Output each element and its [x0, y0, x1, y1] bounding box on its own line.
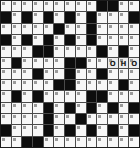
grid-cell[interactable] — [12, 137, 22, 147]
grid-cell[interactable] — [12, 24, 22, 34]
cell-number-mark — [34, 2, 37, 5]
cell-number-mark — [23, 81, 26, 84]
block-cell — [87, 103, 97, 113]
cell-number-mark — [23, 2, 26, 5]
cell-number-mark — [98, 138, 101, 141]
cell-number-mark — [120, 138, 123, 141]
grid-cell[interactable] — [12, 69, 22, 79]
cell-number-mark — [66, 92, 69, 95]
grid-cell[interactable] — [76, 103, 86, 113]
cell-number-mark — [55, 47, 58, 50]
cell-number-mark — [77, 70, 80, 73]
cell-number-mark — [98, 25, 101, 28]
cell-number-mark — [23, 47, 26, 50]
grid-cell[interactable] — [54, 125, 64, 135]
block-cell — [87, 12, 97, 22]
cell-number-mark — [109, 36, 112, 39]
grid-cell[interactable] — [1, 1, 11, 11]
grid-cell[interactable] — [1, 103, 11, 113]
block-cell — [33, 137, 43, 147]
cell-number-mark — [130, 2, 133, 5]
cell-number-mark — [120, 92, 123, 95]
block-cell — [108, 103, 118, 113]
block-cell — [65, 12, 75, 22]
block-cell — [65, 58, 75, 68]
grid-cell[interactable] — [54, 91, 64, 101]
block-cell — [54, 24, 64, 34]
cell-number-mark — [88, 70, 91, 73]
grid-cell[interactable] — [1, 137, 11, 147]
cell-number-mark — [34, 25, 37, 28]
grid-cell[interactable]: O — [108, 58, 118, 68]
block-cell — [87, 91, 97, 101]
cell-number-mark — [2, 25, 5, 28]
grid-cell[interactable] — [54, 58, 64, 68]
grid-cell[interactable] — [129, 91, 139, 101]
cell-number-mark — [45, 92, 48, 95]
grid-cell[interactable] — [65, 114, 75, 124]
starter-letter: H — [119, 58, 129, 68]
grid-cell[interactable] — [33, 24, 43, 34]
starter-letter: O — [129, 58, 139, 68]
block-cell — [119, 80, 129, 90]
grid-cell[interactable] — [22, 80, 32, 90]
cell-number-mark — [45, 70, 48, 73]
cell-number-mark — [98, 59, 101, 62]
cell-number-mark — [88, 81, 91, 84]
block-cell — [33, 69, 43, 79]
block-cell — [44, 114, 54, 124]
block-cell — [65, 69, 75, 79]
cell-number-mark — [88, 115, 91, 118]
grid-cell[interactable] — [12, 114, 22, 124]
cell-number-mark — [2, 2, 5, 5]
grid-cell[interactable] — [119, 91, 129, 101]
cell-number-mark — [45, 138, 48, 141]
grid-cell[interactable]: O — [129, 58, 139, 68]
grid-cell[interactable] — [87, 1, 97, 11]
block-cell — [108, 125, 118, 135]
block-cell — [44, 12, 54, 22]
cell-number-mark — [55, 92, 58, 95]
grid-cell[interactable] — [119, 103, 129, 113]
grid-cell[interactable] — [119, 137, 129, 147]
cell-number-mark — [34, 36, 37, 39]
grid-cell[interactable] — [33, 125, 43, 135]
cell-number-mark — [130, 92, 133, 95]
cell-number-mark — [98, 115, 101, 118]
grid-cell[interactable] — [33, 12, 43, 22]
cell-number-mark — [2, 115, 5, 118]
grid-cell[interactable] — [65, 24, 75, 34]
cell-number-mark — [77, 13, 80, 16]
grid-cell[interactable] — [54, 69, 64, 79]
cell-number-mark — [55, 115, 58, 118]
grid-cell[interactable] — [87, 46, 97, 56]
block-cell — [1, 35, 11, 45]
cell-number-mark — [109, 115, 112, 118]
cell-number-mark — [77, 81, 80, 84]
grid-cell[interactable] — [129, 114, 139, 124]
cell-number-mark — [45, 81, 48, 84]
cell-number-mark — [88, 138, 91, 141]
grid-cell[interactable] — [76, 1, 86, 11]
block-cell — [44, 103, 54, 113]
cell-number-mark — [120, 2, 123, 5]
block-cell — [1, 125, 11, 135]
grid-cell[interactable] — [12, 103, 22, 113]
grid-cell[interactable] — [76, 80, 86, 90]
grid-cell[interactable] — [22, 91, 32, 101]
cell-number-mark — [88, 59, 91, 62]
grid-cell[interactable] — [87, 58, 97, 68]
grid-cell[interactable] — [54, 46, 64, 56]
grid-cell[interactable] — [12, 125, 22, 135]
grid-cell[interactable] — [108, 35, 118, 45]
grid-cell[interactable] — [108, 46, 118, 56]
grid-cell[interactable] — [22, 114, 32, 124]
cell-number-mark — [77, 2, 80, 5]
grid-cell[interactable] — [76, 91, 86, 101]
cell-number-mark — [23, 59, 26, 62]
grid-cell[interactable] — [119, 12, 129, 22]
cell-number-mark — [109, 70, 112, 73]
cell-number-mark — [2, 59, 5, 62]
grid-cell[interactable] — [33, 103, 43, 113]
grid-cell[interactable] — [129, 1, 139, 11]
block-cell — [87, 24, 97, 34]
cell-number-mark — [130, 115, 133, 118]
grid-cell[interactable] — [97, 125, 107, 135]
cell-number-mark — [66, 138, 69, 141]
cell-number-mark — [120, 70, 123, 73]
grid-cell[interactable] — [108, 69, 118, 79]
cell-number-mark — [55, 126, 58, 129]
cell-number-mark — [13, 2, 16, 5]
cell-number-mark — [98, 104, 101, 107]
cell-number-mark — [120, 25, 123, 28]
grid-cell[interactable] — [44, 91, 54, 101]
grid-cell[interactable] — [33, 58, 43, 68]
cell-number-mark — [109, 13, 112, 16]
grid-cell[interactable] — [129, 80, 139, 90]
grid-cell[interactable] — [97, 35, 107, 45]
cell-number-mark — [55, 13, 58, 16]
cell-number-mark — [66, 25, 69, 28]
cell-number-mark — [13, 104, 16, 107]
grid-cell[interactable] — [108, 114, 118, 124]
cell-number-mark — [13, 126, 16, 129]
block-cell — [12, 58, 22, 68]
grid-cell[interactable] — [119, 114, 129, 124]
grid-cell[interactable] — [22, 103, 32, 113]
grid-cell[interactable] — [44, 1, 54, 11]
grid-cell[interactable] — [97, 80, 107, 90]
cell-number-mark — [120, 115, 123, 118]
block-cell — [33, 46, 43, 56]
cell-number-mark — [120, 104, 123, 107]
cell-number-mark — [130, 81, 133, 84]
grid-cell[interactable] — [54, 103, 64, 113]
block-cell — [97, 46, 107, 56]
cell-number-mark — [66, 47, 69, 50]
block-cell — [129, 125, 139, 135]
block-cell — [1, 12, 11, 22]
cell-number-mark — [130, 47, 133, 50]
block-cell — [87, 35, 97, 45]
cell-number-mark — [98, 36, 101, 39]
grid-cell[interactable] — [76, 125, 86, 135]
grid-cell[interactable] — [44, 69, 54, 79]
grid-cell[interactable] — [97, 58, 107, 68]
cell-number-mark — [66, 2, 69, 5]
block-cell — [22, 12, 32, 22]
cell-number-mark — [2, 104, 5, 107]
grid-cell[interactable] — [108, 12, 118, 22]
cell-number-mark — [23, 92, 26, 95]
grid-cell[interactable] — [76, 137, 86, 147]
block-cell — [54, 80, 64, 90]
grid-cell[interactable] — [12, 46, 22, 56]
grid-cell[interactable] — [119, 35, 129, 45]
grid-cell[interactable] — [22, 46, 32, 56]
block-cell — [76, 58, 86, 68]
grid-cell[interactable] — [87, 137, 97, 147]
grid-cell[interactable] — [1, 114, 11, 124]
grid-cell[interactable] — [108, 137, 118, 147]
grid-cell[interactable] — [44, 137, 54, 147]
cell-number-mark — [120, 36, 123, 39]
cell-number-mark — [130, 25, 133, 28]
cell-number-mark — [120, 13, 123, 16]
block-cell — [65, 125, 75, 135]
cell-number-mark — [98, 13, 101, 16]
grid-cell[interactable] — [33, 114, 43, 124]
grid-cell[interactable] — [97, 137, 107, 147]
grid-cell[interactable] — [108, 91, 118, 101]
grid-cell[interactable] — [33, 1, 43, 11]
cell-number-mark — [13, 138, 16, 141]
cell-number-mark — [2, 70, 5, 73]
block-cell — [65, 35, 75, 45]
block-cell — [44, 46, 54, 56]
grid-cell[interactable] — [65, 91, 75, 101]
cell-number-mark — [13, 81, 16, 84]
grid-cell[interactable] — [12, 35, 22, 45]
cell-number-mark — [2, 81, 5, 84]
block-cell — [65, 80, 75, 90]
cell-number-mark — [13, 115, 16, 118]
block-cell — [33, 91, 43, 101]
grid-cell[interactable] — [1, 58, 11, 68]
cell-number-mark — [88, 47, 91, 50]
grid-cell[interactable] — [76, 24, 86, 34]
cell-number-mark — [34, 104, 37, 107]
cell-number-mark — [130, 70, 133, 73]
cell-number-mark — [55, 104, 58, 107]
cell-number-mark — [34, 13, 37, 16]
block-cell — [129, 12, 139, 22]
grid-cell[interactable]: H — [119, 58, 129, 68]
grid-cell[interactable] — [44, 58, 54, 68]
grid-cell[interactable] — [22, 69, 32, 79]
block-cell — [22, 137, 32, 147]
block-cell — [76, 114, 86, 124]
grid-cell[interactable] — [44, 80, 54, 90]
cell-number-mark — [77, 25, 80, 28]
block-cell — [44, 125, 54, 135]
cell-number-mark — [45, 59, 48, 62]
grid-cell[interactable] — [76, 12, 86, 22]
cell-number-mark — [13, 36, 16, 39]
cell-number-mark — [66, 115, 69, 118]
cell-number-mark — [2, 138, 5, 141]
grid-cell[interactable] — [129, 137, 139, 147]
grid-cell[interactable] — [87, 80, 97, 90]
grid-cell[interactable] — [22, 24, 32, 34]
block-cell — [12, 91, 22, 101]
grid-cell[interactable] — [97, 24, 107, 34]
grid-cell[interactable] — [54, 114, 64, 124]
cell-number-mark — [55, 36, 58, 39]
grid-cell[interactable] — [129, 35, 139, 45]
grid-cell[interactable] — [1, 24, 11, 34]
grid-cell[interactable] — [1, 91, 11, 101]
cell-number-mark — [109, 47, 112, 50]
cell-number-mark — [34, 59, 37, 62]
grid-cell[interactable] — [65, 46, 75, 56]
grid-cell[interactable] — [76, 46, 86, 56]
grid-cell[interactable] — [108, 24, 118, 34]
grid-cell[interactable] — [108, 80, 118, 90]
grid-cell[interactable] — [129, 46, 139, 56]
grid-cell[interactable] — [1, 69, 11, 79]
cell-number-mark — [34, 115, 37, 118]
grid-cell[interactable] — [12, 80, 22, 90]
grid-cell[interactable] — [87, 69, 97, 79]
block-cell — [119, 46, 129, 56]
cell-number-mark — [13, 25, 16, 28]
cell-number-mark — [109, 25, 112, 28]
grid-cell[interactable] — [76, 69, 86, 79]
grid-cell[interactable] — [44, 24, 54, 34]
grid-cell[interactable] — [22, 58, 32, 68]
block-cell — [22, 35, 32, 45]
grid-cell[interactable] — [87, 114, 97, 124]
cell-number-mark — [2, 92, 5, 95]
block-cell — [87, 125, 97, 135]
cell-number-mark — [77, 138, 80, 141]
grid-cell[interactable] — [97, 114, 107, 124]
grid-cell[interactable] — [65, 1, 75, 11]
grid-cell[interactable] — [129, 69, 139, 79]
grid-cell[interactable] — [1, 46, 11, 56]
grid-cell[interactable] — [33, 35, 43, 45]
cell-number-mark — [109, 81, 112, 84]
cell-number-mark — [13, 47, 16, 50]
grid-cell[interactable] — [54, 137, 64, 147]
block-cell — [97, 69, 107, 79]
cell-number-mark — [13, 13, 16, 16]
grid-cell[interactable] — [119, 69, 129, 79]
cell-number-mark — [77, 47, 80, 50]
grid-cell[interactable] — [76, 35, 86, 45]
cell-number-mark — [23, 126, 26, 129]
block-cell — [97, 1, 107, 11]
cell-number-mark — [109, 92, 112, 95]
grid-cell[interactable] — [54, 1, 64, 11]
cell-number-mark — [55, 2, 58, 5]
cell-number-mark — [77, 36, 80, 39]
block-cell — [97, 91, 107, 101]
cell-number-mark — [130, 36, 133, 39]
grid-cell[interactable] — [54, 35, 64, 45]
cell-number-mark — [55, 138, 58, 141]
cell-number-mark — [55, 70, 58, 73]
cell-number-mark — [98, 126, 101, 129]
grid-cell[interactable] — [119, 24, 129, 34]
cell-number-mark — [45, 2, 48, 5]
cell-number-mark — [130, 138, 133, 141]
block-cell — [65, 103, 75, 113]
cell-number-mark — [23, 115, 26, 118]
cell-number-mark — [23, 104, 26, 107]
block-cell — [108, 1, 118, 11]
cell-number-mark — [23, 70, 26, 73]
grid-cell[interactable] — [12, 1, 22, 11]
block-cell — [129, 103, 139, 113]
cell-number-mark — [13, 70, 16, 73]
cell-number-mark — [2, 47, 5, 50]
cell-number-mark — [98, 81, 101, 84]
cell-number-mark — [77, 92, 80, 95]
cell-number-mark — [88, 2, 91, 5]
cell-number-mark — [23, 25, 26, 28]
cell-number-mark — [34, 126, 37, 129]
starter-letter: O — [108, 58, 118, 68]
grid-cell[interactable] — [1, 80, 11, 90]
grid-cell[interactable] — [119, 125, 129, 135]
block-cell — [44, 35, 54, 45]
cell-number-mark — [45, 25, 48, 28]
cell-number-mark — [34, 81, 37, 84]
grid-cell[interactable] — [22, 1, 32, 11]
grid-cell[interactable] — [22, 125, 32, 135]
grid-cell[interactable] — [119, 1, 129, 11]
grid-cell[interactable] — [97, 103, 107, 113]
grid-cell[interactable] — [33, 80, 43, 90]
grid-cell[interactable] — [97, 12, 107, 22]
cell-number-mark — [109, 138, 112, 141]
cell-number-mark — [77, 126, 80, 129]
grid-cell[interactable] — [54, 12, 64, 22]
cell-number-mark — [55, 59, 58, 62]
codeword-grid: OHO — [0, 0, 140, 148]
cell-number-mark — [120, 126, 123, 129]
grid-cell[interactable] — [65, 137, 75, 147]
grid-cell[interactable] — [129, 24, 139, 34]
cell-number-mark — [77, 104, 80, 107]
grid-cell[interactable] — [12, 12, 22, 22]
